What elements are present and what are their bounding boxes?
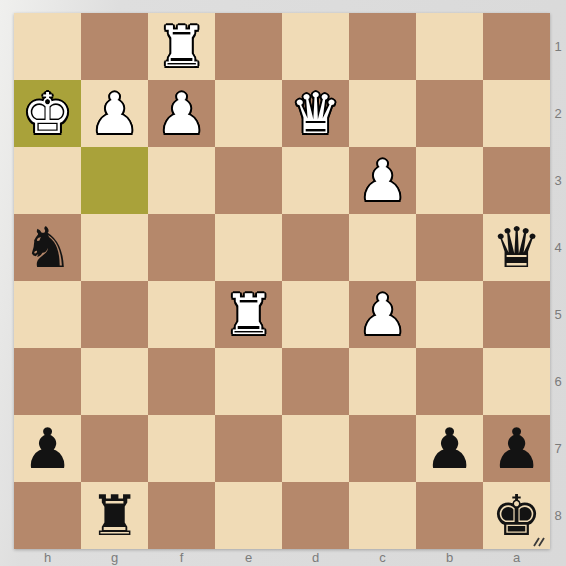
square-e3[interactable] — [215, 147, 282, 214]
square-h4[interactable]: ♞ — [14, 214, 81, 281]
square-c5[interactable]: ♟ — [349, 281, 416, 348]
black-pawn[interactable]: ♟ — [416, 415, 483, 482]
rank-label-4: 4 — [550, 214, 566, 281]
black-knight[interactable]: ♞ — [14, 214, 81, 281]
square-g7[interactable] — [81, 415, 148, 482]
square-e5[interactable]: ♜ — [215, 281, 282, 348]
square-a6[interactable] — [483, 348, 550, 415]
square-e4[interactable] — [215, 214, 282, 281]
square-e6[interactable] — [215, 348, 282, 415]
square-g3[interactable] — [81, 147, 148, 214]
square-b1[interactable] — [416, 13, 483, 80]
square-b3[interactable] — [416, 147, 483, 214]
square-h1[interactable] — [14, 13, 81, 80]
black-to-move-indicator — [533, 533, 547, 546]
square-d8[interactable] — [282, 482, 349, 549]
square-a5[interactable] — [483, 281, 550, 348]
square-d7[interactable] — [282, 415, 349, 482]
square-b5[interactable] — [416, 281, 483, 348]
square-c7[interactable] — [349, 415, 416, 482]
rank-label-5: 5 — [550, 281, 566, 348]
square-g8[interactable]: ♜ — [81, 482, 148, 549]
black-pawn[interactable]: ♟ — [483, 415, 550, 482]
file-label-c: c — [349, 549, 416, 566]
square-e2[interactable] — [215, 80, 282, 147]
square-f8[interactable] — [148, 482, 215, 549]
square-f6[interactable] — [148, 348, 215, 415]
rank-label-2: 2 — [550, 80, 566, 147]
screenshot-root: { "game": "chess", "position": { "fen": … — [0, 0, 566, 566]
square-e1[interactable] — [215, 13, 282, 80]
square-b4[interactable] — [416, 214, 483, 281]
rank-label-3: 3 — [550, 147, 566, 214]
white-queen[interactable]: ♛ — [282, 80, 349, 147]
square-f7[interactable] — [148, 415, 215, 482]
square-b8[interactable] — [416, 482, 483, 549]
square-a2[interactable] — [483, 80, 550, 147]
file-label-f: f — [148, 549, 215, 566]
square-h5[interactable] — [14, 281, 81, 348]
white-pawn[interactable]: ♟ — [148, 80, 215, 147]
square-f3[interactable] — [148, 147, 215, 214]
square-g6[interactable] — [81, 348, 148, 415]
file-label-b: b — [416, 549, 483, 566]
square-g2[interactable]: ♟ — [81, 80, 148, 147]
square-f5[interactable] — [148, 281, 215, 348]
white-pawn[interactable]: ♟ — [349, 281, 416, 348]
square-c3[interactable]: ♟ — [349, 147, 416, 214]
white-pawn[interactable]: ♟ — [349, 147, 416, 214]
square-g4[interactable] — [81, 214, 148, 281]
white-rook[interactable]: ♜ — [148, 13, 215, 80]
square-c6[interactable] — [349, 348, 416, 415]
square-b6[interactable] — [416, 348, 483, 415]
square-h7[interactable]: ♟ — [14, 415, 81, 482]
square-d6[interactable] — [282, 348, 349, 415]
square-a1[interactable] — [483, 13, 550, 80]
white-rook[interactable]: ♜ — [215, 281, 282, 348]
white-pawn[interactable]: ♟ — [81, 80, 148, 147]
square-a4[interactable]: ♛ — [483, 214, 550, 281]
square-f2[interactable]: ♟ — [148, 80, 215, 147]
rank-label-8: 8 — [550, 482, 566, 549]
square-c4[interactable] — [349, 214, 416, 281]
white-king[interactable]: ♚ — [14, 80, 81, 147]
square-d2[interactable]: ♛ — [282, 80, 349, 147]
file-label-e: e — [215, 549, 282, 566]
square-h8[interactable] — [14, 482, 81, 549]
square-f4[interactable] — [148, 214, 215, 281]
square-e8[interactable] — [215, 482, 282, 549]
square-g1[interactable] — [81, 13, 148, 80]
file-label-h: h — [14, 549, 81, 566]
black-pawn[interactable]: ♟ — [14, 415, 81, 482]
square-b7[interactable]: ♟ — [416, 415, 483, 482]
square-f1[interactable]: ♜ — [148, 13, 215, 80]
chess-board: ♜♚♟♟♛♟♞♛♜♟♟♟♟♜♚ — [14, 13, 550, 549]
square-d3[interactable] — [282, 147, 349, 214]
square-h2[interactable]: ♚ — [14, 80, 81, 147]
square-b2[interactable] — [416, 80, 483, 147]
square-c1[interactable] — [349, 13, 416, 80]
square-d4[interactable] — [282, 214, 349, 281]
file-labels: h g f e d c b a — [14, 549, 550, 566]
square-h6[interactable] — [14, 348, 81, 415]
square-a8[interactable]: ♚ — [483, 482, 550, 549]
square-g5[interactable] — [81, 281, 148, 348]
file-label-g: g — [81, 549, 148, 566]
square-a7[interactable]: ♟ — [483, 415, 550, 482]
file-label-a: a — [483, 549, 550, 566]
file-label-d: d — [282, 549, 349, 566]
square-d5[interactable] — [282, 281, 349, 348]
square-h3[interactable] — [14, 147, 81, 214]
square-c8[interactable] — [349, 482, 416, 549]
square-a3[interactable] — [483, 147, 550, 214]
square-c2[interactable] — [349, 80, 416, 147]
rank-label-6: 6 — [550, 348, 566, 415]
square-e7[interactable] — [215, 415, 282, 482]
rank-label-7: 7 — [550, 415, 566, 482]
black-rook[interactable]: ♜ — [81, 482, 148, 549]
square-d1[interactable] — [282, 13, 349, 80]
rank-label-1: 1 — [550, 13, 566, 80]
black-queen[interactable]: ♛ — [483, 214, 550, 281]
rank-labels: 1 2 3 4 5 6 7 8 — [550, 13, 566, 549]
